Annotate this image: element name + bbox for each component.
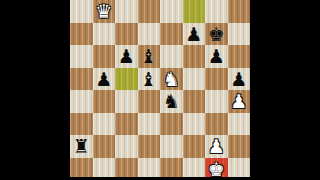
square-b5[interactable]: ♟	[93, 68, 116, 91]
white-pawn[interactable]: ♟	[205, 135, 228, 158]
square-d5[interactable]: ♝	[138, 68, 161, 91]
square-g3[interactable]	[205, 113, 228, 136]
square-h6[interactable]	[228, 45, 251, 68]
square-c4[interactable]	[115, 90, 138, 113]
square-g7[interactable]: ♚	[205, 23, 228, 46]
square-f7[interactable]: ♟	[183, 23, 206, 46]
square-g2[interactable]: ♟	[205, 135, 228, 158]
square-f6[interactable]	[183, 45, 206, 68]
square-c6[interactable]: ♟	[115, 45, 138, 68]
square-f3[interactable]	[183, 113, 206, 136]
black-pawn[interactable]: ♟	[228, 68, 251, 91]
square-b3[interactable]	[93, 113, 116, 136]
square-h2[interactable]	[228, 135, 251, 158]
chess-board: ♛♟♚♟♝♟♟♝♞♟♞♟♜♟♚	[70, 0, 250, 180]
square-g4[interactable]	[205, 90, 228, 113]
square-d4[interactable]	[138, 90, 161, 113]
square-b8[interactable]: ♛	[93, 0, 116, 23]
square-a5[interactable]	[70, 68, 93, 91]
white-queen[interactable]: ♛	[93, 0, 116, 23]
square-d2[interactable]	[138, 135, 161, 158]
square-c5[interactable]	[115, 68, 138, 91]
square-e2[interactable]	[160, 135, 183, 158]
square-f2[interactable]	[183, 135, 206, 158]
white-pawn[interactable]: ♟	[228, 90, 251, 113]
square-a2[interactable]: ♜	[70, 135, 93, 158]
square-e6[interactable]	[160, 45, 183, 68]
square-a3[interactable]	[70, 113, 93, 136]
square-b7[interactable]	[93, 23, 116, 46]
square-c8[interactable]	[115, 0, 138, 23]
square-c7[interactable]	[115, 23, 138, 46]
square-d7[interactable]	[138, 23, 161, 46]
black-pawn[interactable]: ♟	[183, 23, 206, 46]
video-frame: ♛♟♚♟♝♟♟♝♞♟♞♟♜♟♚	[0, 0, 320, 180]
black-pawn[interactable]: ♟	[205, 45, 228, 68]
square-c2[interactable]	[115, 135, 138, 158]
square-e7[interactable]	[160, 23, 183, 46]
letterbox-bottom	[0, 177, 320, 180]
square-a8[interactable]	[70, 0, 93, 23]
letterbox-left	[0, 0, 70, 180]
square-e5[interactable]: ♞	[160, 68, 183, 91]
square-g6[interactable]: ♟	[205, 45, 228, 68]
square-b6[interactable]	[93, 45, 116, 68]
square-b2[interactable]	[93, 135, 116, 158]
square-b4[interactable]	[93, 90, 116, 113]
square-d3[interactable]	[138, 113, 161, 136]
square-g5[interactable]	[205, 68, 228, 91]
square-a6[interactable]	[70, 45, 93, 68]
black-pawn[interactable]: ♟	[93, 68, 116, 91]
square-h7[interactable]	[228, 23, 251, 46]
square-c3[interactable]	[115, 113, 138, 136]
square-h5[interactable]: ♟	[228, 68, 251, 91]
square-e4[interactable]: ♞	[160, 90, 183, 113]
square-e3[interactable]	[160, 113, 183, 136]
square-h3[interactable]	[228, 113, 251, 136]
black-bishop[interactable]: ♝	[138, 45, 161, 68]
square-f4[interactable]	[183, 90, 206, 113]
square-f8[interactable]	[183, 0, 206, 23]
square-h4[interactable]: ♟	[228, 90, 251, 113]
black-king[interactable]: ♚	[205, 23, 228, 46]
square-a4[interactable]	[70, 90, 93, 113]
square-f5[interactable]	[183, 68, 206, 91]
square-a7[interactable]	[70, 23, 93, 46]
square-e8[interactable]	[160, 0, 183, 23]
letterbox-right	[250, 0, 320, 180]
square-h8[interactable]	[228, 0, 251, 23]
square-d8[interactable]	[138, 0, 161, 23]
white-knight[interactable]: ♞	[160, 68, 183, 91]
black-bishop[interactable]: ♝	[138, 68, 161, 91]
black-pawn[interactable]: ♟	[115, 45, 138, 68]
black-knight[interactable]: ♞	[160, 90, 183, 113]
square-g8[interactable]	[205, 0, 228, 23]
square-d6[interactable]: ♝	[138, 45, 161, 68]
black-rook[interactable]: ♜	[70, 135, 93, 158]
